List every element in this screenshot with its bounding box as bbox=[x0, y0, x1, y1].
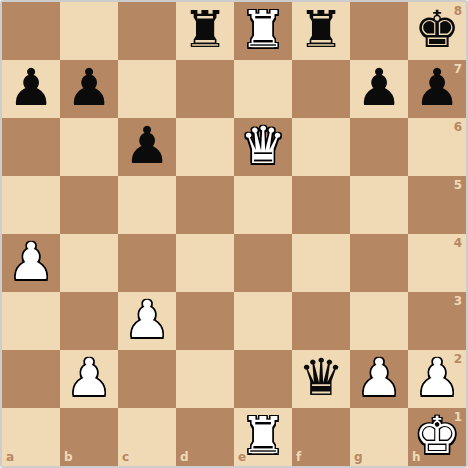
black-pawn[interactable]: ♟ bbox=[350, 60, 408, 118]
square-e7[interactable] bbox=[234, 60, 292, 118]
square-f6[interactable] bbox=[292, 118, 350, 176]
square-c3[interactable]: ♟ bbox=[118, 292, 176, 350]
square-c6[interactable]: ♟ bbox=[118, 118, 176, 176]
square-c5[interactable] bbox=[118, 176, 176, 234]
white-pawn[interactable]: ♟ bbox=[408, 350, 466, 408]
rank-label-5: 5 bbox=[454, 179, 462, 191]
white-rook[interactable]: ♜ bbox=[234, 2, 292, 60]
white-rook[interactable]: ♜ bbox=[234, 408, 292, 466]
square-f7[interactable] bbox=[292, 60, 350, 118]
black-rook[interactable]: ♜ bbox=[176, 2, 234, 60]
square-g6[interactable] bbox=[350, 118, 408, 176]
square-e8[interactable]: ♜ bbox=[234, 2, 292, 60]
square-e3[interactable] bbox=[234, 292, 292, 350]
square-b6[interactable] bbox=[60, 118, 118, 176]
square-h1[interactable]: 1h♚ bbox=[408, 408, 466, 466]
square-c7[interactable] bbox=[118, 60, 176, 118]
square-b2[interactable]: ♟ bbox=[60, 350, 118, 408]
file-label-b: b bbox=[64, 451, 73, 463]
square-b3[interactable] bbox=[60, 292, 118, 350]
square-g1[interactable]: g bbox=[350, 408, 408, 466]
black-king[interactable]: ♚ bbox=[408, 2, 466, 60]
square-e4[interactable] bbox=[234, 234, 292, 292]
square-b8[interactable] bbox=[60, 2, 118, 60]
square-c1[interactable]: c bbox=[118, 408, 176, 466]
square-f2[interactable]: ♛ bbox=[292, 350, 350, 408]
file-label-g: g bbox=[354, 451, 363, 463]
square-h3[interactable]: 3 bbox=[408, 292, 466, 350]
board-frame: ♜♜♜8♚♟♟♟7♟♟♛65♟4♟3♟♛♟2♟abcde♜fg1h♚ bbox=[0, 0, 468, 468]
white-pawn[interactable]: ♟ bbox=[60, 350, 118, 408]
square-a5[interactable] bbox=[2, 176, 60, 234]
square-a4[interactable]: ♟ bbox=[2, 234, 60, 292]
black-pawn[interactable]: ♟ bbox=[2, 60, 60, 118]
square-g2[interactable]: ♟ bbox=[350, 350, 408, 408]
rank-label-3: 3 bbox=[454, 295, 462, 307]
black-pawn[interactable]: ♟ bbox=[408, 60, 466, 118]
black-queen[interactable]: ♛ bbox=[292, 350, 350, 408]
square-a6[interactable] bbox=[2, 118, 60, 176]
square-a8[interactable] bbox=[2, 2, 60, 60]
white-pawn[interactable]: ♟ bbox=[2, 234, 60, 292]
square-f4[interactable] bbox=[292, 234, 350, 292]
black-rook[interactable]: ♜ bbox=[292, 2, 350, 60]
square-h6[interactable]: 6 bbox=[408, 118, 466, 176]
file-label-f: f bbox=[296, 451, 301, 463]
square-e2[interactable] bbox=[234, 350, 292, 408]
square-h5[interactable]: 5 bbox=[408, 176, 466, 234]
square-g3[interactable] bbox=[350, 292, 408, 350]
square-c8[interactable] bbox=[118, 2, 176, 60]
square-d1[interactable]: d bbox=[176, 408, 234, 466]
file-label-a: a bbox=[6, 451, 14, 463]
black-pawn[interactable]: ♟ bbox=[118, 118, 176, 176]
white-king[interactable]: ♚ bbox=[408, 408, 466, 466]
square-d4[interactable] bbox=[176, 234, 234, 292]
white-pawn[interactable]: ♟ bbox=[118, 292, 176, 350]
square-f3[interactable] bbox=[292, 292, 350, 350]
square-f8[interactable]: ♜ bbox=[292, 2, 350, 60]
square-b4[interactable] bbox=[60, 234, 118, 292]
white-queen[interactable]: ♛ bbox=[234, 118, 292, 176]
square-g7[interactable]: ♟ bbox=[350, 60, 408, 118]
square-d6[interactable] bbox=[176, 118, 234, 176]
rank-label-4: 4 bbox=[454, 237, 462, 249]
square-b7[interactable]: ♟ bbox=[60, 60, 118, 118]
square-a2[interactable] bbox=[2, 350, 60, 408]
square-f1[interactable]: f bbox=[292, 408, 350, 466]
square-a1[interactable]: a bbox=[2, 408, 60, 466]
square-f5[interactable] bbox=[292, 176, 350, 234]
black-pawn[interactable]: ♟ bbox=[60, 60, 118, 118]
square-h2[interactable]: 2♟ bbox=[408, 350, 466, 408]
square-d7[interactable] bbox=[176, 60, 234, 118]
square-c2[interactable] bbox=[118, 350, 176, 408]
square-d8[interactable]: ♜ bbox=[176, 2, 234, 60]
square-h4[interactable]: 4 bbox=[408, 234, 466, 292]
rank-label-6: 6 bbox=[454, 121, 462, 133]
file-label-c: c bbox=[122, 451, 129, 463]
file-label-d: d bbox=[180, 451, 189, 463]
square-g8[interactable] bbox=[350, 2, 408, 60]
square-a3[interactable] bbox=[2, 292, 60, 350]
chess-board: ♜♜♜8♚♟♟♟7♟♟♛65♟4♟3♟♛♟2♟abcde♜fg1h♚ bbox=[2, 2, 466, 466]
square-d5[interactable] bbox=[176, 176, 234, 234]
square-h8[interactable]: 8♚ bbox=[408, 2, 466, 60]
square-a7[interactable]: ♟ bbox=[2, 60, 60, 118]
white-pawn[interactable]: ♟ bbox=[350, 350, 408, 408]
square-e6[interactable]: ♛ bbox=[234, 118, 292, 176]
square-e5[interactable] bbox=[234, 176, 292, 234]
square-g5[interactable] bbox=[350, 176, 408, 234]
square-c4[interactable] bbox=[118, 234, 176, 292]
square-b1[interactable]: b bbox=[60, 408, 118, 466]
square-d3[interactable] bbox=[176, 292, 234, 350]
square-h7[interactable]: 7♟ bbox=[408, 60, 466, 118]
square-e1[interactable]: e♜ bbox=[234, 408, 292, 466]
square-g4[interactable] bbox=[350, 234, 408, 292]
square-b5[interactable] bbox=[60, 176, 118, 234]
square-d2[interactable] bbox=[176, 350, 234, 408]
